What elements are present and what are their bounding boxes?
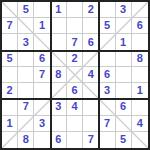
cell-r3c7 [99,34,115,50]
cell-r5c3: 7 [34,67,50,83]
cell-r3c9 [132,34,148,50]
cell-r8c3: 3 [34,116,50,132]
cell-r7c6 [83,99,99,115]
cell-r4c8 [116,51,132,67]
cell-r7c1 [2,99,18,115]
cell-r5c9 [132,67,148,83]
cell-r5c2 [18,67,34,83]
cell-r2c7: 5 [99,18,115,34]
cell-r6c7: 3 [99,83,115,99]
cell-r9c9 [132,132,148,148]
cell-r1c6: 2 [83,2,99,18]
cell-r2c8 [116,18,132,34]
cell-r6c8 [116,83,132,99]
sudoku-board: 512371563761562878462631734613748675 [0,0,150,150]
cell-r8c2 [18,116,34,132]
cell-r7c8: 6 [116,99,132,115]
cell-r7c7 [99,99,115,115]
cell-r2c5 [67,18,83,34]
cell-r8c5 [67,116,83,132]
cell-r2c4 [51,18,67,34]
cell-r2c3: 1 [34,18,50,34]
cell-grid: 512371563761562878462631734613748675 [2,2,148,148]
cell-r1c3 [34,2,50,18]
cell-r2c2 [18,18,34,34]
cell-r2c1: 7 [2,18,18,34]
cell-r1c5 [67,2,83,18]
cell-r5c5 [67,67,83,83]
cell-r8c8 [116,116,132,132]
cell-r3c5: 7 [67,34,83,50]
cell-r9c6: 7 [83,132,99,148]
cell-r8c4 [51,116,67,132]
cell-r4c7 [99,51,115,67]
cell-r3c1 [2,34,18,50]
cell-r5c8 [116,67,132,83]
cell-r5c7: 6 [99,67,115,83]
cell-r9c2: 8 [18,132,34,148]
cell-r4c5: 2 [67,51,83,67]
cell-r1c4: 1 [51,2,67,18]
cell-r8c6 [83,116,99,132]
cell-r6c6 [83,83,99,99]
cell-r4c4 [51,51,67,67]
cell-r1c2: 5 [18,2,34,18]
cell-r3c6: 6 [83,34,99,50]
cell-r6c5: 6 [67,83,83,99]
cell-r7c3 [34,99,50,115]
cell-r4c2 [18,51,34,67]
cell-r7c2: 7 [18,99,34,115]
cell-r5c1 [2,67,18,83]
cell-r4c9: 8 [132,51,148,67]
cell-r2c6 [83,18,99,34]
box-border-horizontal-2 [2,98,148,100]
cell-r9c8: 5 [116,132,132,148]
cell-r3c4 [51,34,67,50]
box-border-vertical-1 [50,2,52,148]
cell-r5c4: 8 [51,67,67,83]
cell-r4c1: 5 [2,51,18,67]
cell-r7c9 [132,99,148,115]
cell-r3c3 [34,34,50,50]
cell-r8c9: 4 [132,116,148,132]
cell-r4c3: 6 [34,51,50,67]
cell-r6c2 [18,83,34,99]
cell-r6c1: 2 [2,83,18,99]
cell-r4c6 [83,51,99,67]
box-border-vertical-2 [98,2,100,148]
cell-r5c6: 4 [83,67,99,83]
cell-r7c4: 3 [51,99,67,115]
cell-r9c4: 6 [51,132,67,148]
cell-r8c7: 7 [99,116,115,132]
cell-r7c5: 4 [67,99,83,115]
cell-r9c3 [34,132,50,148]
cell-r8c1: 1 [2,116,18,132]
cell-r6c3 [34,83,50,99]
cell-r1c7 [99,2,115,18]
cell-r9c7 [99,132,115,148]
cell-r1c1 [2,2,18,18]
cell-r9c5 [67,132,83,148]
cell-r3c2: 3 [18,34,34,50]
cell-r2c9: 6 [132,18,148,34]
cell-r9c1 [2,132,18,148]
cell-r3c8: 1 [116,34,132,50]
box-border-horizontal-1 [2,50,148,52]
cell-r1c9 [132,2,148,18]
cell-r6c4 [51,83,67,99]
cell-r1c8: 3 [116,2,132,18]
cell-r6c9: 1 [132,83,148,99]
